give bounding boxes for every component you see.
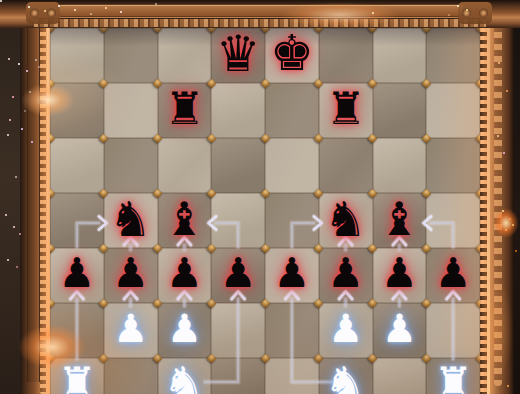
piece-white-pawn-g3[interactable]: ♟ xyxy=(373,303,427,358)
pawn-glyph: ♟ xyxy=(167,309,202,348)
frame-carved-column xyxy=(494,8,502,386)
knight-glyph: ♞ xyxy=(324,360,367,394)
piece-white-pawn-c3[interactable]: ♟ xyxy=(158,303,212,358)
pawn-glyph: ♟ xyxy=(435,253,472,294)
piece-black-queen-d8[interactable]: ♛ xyxy=(211,28,265,83)
chess-board[interactable]: ♛♚♜♜♞♝♞♝♟♟♟♟♟♟♟♟♟♟♟♟♜♞♞♜ xyxy=(50,28,480,394)
rook-glyph: ♜ xyxy=(433,361,473,394)
volute-scroll-icon xyxy=(26,2,60,24)
frame-bead-molding xyxy=(40,0,46,394)
piece-black-knight-f5[interactable]: ♞ xyxy=(319,193,373,248)
piece-white-rook-a2[interactable]: ♜ xyxy=(50,358,104,394)
pawn-glyph: ♟ xyxy=(382,309,417,348)
board-pieces: ♛♚♜♜♞♝♞♝♟♟♟♟♟♟♟♟♟♟♟♟♜♞♞♜ xyxy=(50,28,480,394)
frame-dentil-edge xyxy=(480,0,487,394)
piece-black-pawn-g4[interactable]: ♟ xyxy=(373,248,427,303)
piece-black-pawn-d4[interactable]: ♟ xyxy=(211,248,265,303)
piece-black-knight-b5[interactable]: ♞ xyxy=(104,193,158,248)
board-frame-right xyxy=(480,0,514,394)
piece-black-rook-c7[interactable]: ♜ xyxy=(158,83,212,138)
rook-glyph: ♜ xyxy=(57,361,97,394)
piece-black-pawn-c4[interactable]: ♟ xyxy=(158,248,212,303)
bishop-glyph: ♝ xyxy=(379,196,420,242)
knight-glyph: ♞ xyxy=(109,195,152,243)
pawn-glyph: ♟ xyxy=(328,309,363,348)
pawn-glyph: ♟ xyxy=(273,253,310,294)
piece-black-pawn-f4[interactable]: ♟ xyxy=(319,248,373,303)
piece-white-pawn-f3[interactable]: ♟ xyxy=(319,303,373,358)
board-frame-top xyxy=(0,0,520,28)
piece-white-knight-c2[interactable]: ♞ xyxy=(158,358,212,394)
piece-black-king-e8[interactable]: ♚ xyxy=(265,28,319,83)
board-frame-left xyxy=(20,0,50,394)
rook-glyph: ♜ xyxy=(164,86,204,131)
knight-glyph: ♞ xyxy=(324,195,367,243)
frame-carved-panel xyxy=(27,12,40,382)
frame-glow-edge xyxy=(487,0,490,394)
piece-black-bishop-g5[interactable]: ♝ xyxy=(373,193,427,248)
pawn-glyph: ♟ xyxy=(112,253,149,294)
queen-glyph: ♛ xyxy=(216,29,261,79)
bishop-glyph: ♝ xyxy=(164,196,205,242)
pawn-glyph: ♟ xyxy=(220,253,257,294)
piece-black-rook-f7[interactable]: ♜ xyxy=(319,83,373,138)
pawn-glyph: ♟ xyxy=(113,309,148,348)
piece-black-pawn-h4[interactable]: ♟ xyxy=(426,248,480,303)
piece-white-pawn-b3[interactable]: ♟ xyxy=(104,303,158,358)
pawn-glyph: ♟ xyxy=(166,253,203,294)
pawn-glyph: ♟ xyxy=(381,253,418,294)
frame-carved-rail xyxy=(58,4,464,17)
piece-black-pawn-e4[interactable]: ♟ xyxy=(265,248,319,303)
volute-scroll-icon xyxy=(458,2,492,24)
piece-white-knight-f2[interactable]: ♞ xyxy=(319,358,373,394)
knight-glyph: ♞ xyxy=(163,360,206,394)
piece-white-rook-h2[interactable]: ♜ xyxy=(426,358,480,394)
game-screen: ♛♚♜♜♞♝♞♝♟♟♟♟♟♟♟♟♟♟♟♟♜♞♞♜ xyxy=(0,0,520,394)
pawn-glyph: ♟ xyxy=(327,253,364,294)
piece-black-bishop-c5[interactable]: ♝ xyxy=(158,193,212,248)
frame-dentil-molding xyxy=(34,18,486,27)
piece-black-pawn-b4[interactable]: ♟ xyxy=(104,248,158,303)
piece-black-pawn-a4[interactable]: ♟ xyxy=(50,248,104,303)
king-glyph: ♚ xyxy=(270,29,314,78)
background-left xyxy=(0,0,22,394)
pawn-glyph: ♟ xyxy=(58,253,95,294)
rook-glyph: ♜ xyxy=(325,86,365,131)
